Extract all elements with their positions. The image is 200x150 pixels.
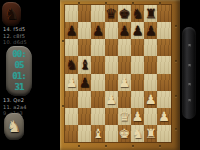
- piece-black-pawn[interactable]: ♟: [66, 24, 78, 37]
- nail-icon: [175, 25, 177, 27]
- square-f8[interactable]: ♞: [131, 5, 144, 22]
- square-f5[interactable]: [131, 56, 144, 73]
- chess-board[interactable]: ♛♚♞♜♟♟♟♟♟♞♝♟♟♟♟♟♛♟♟♝♚♞♜: [65, 5, 171, 142]
- piece-black-queen[interactable]: ♛: [105, 7, 117, 20]
- nail-icon: [132, 2, 134, 4]
- square-h2[interactable]: ♟: [157, 108, 170, 125]
- square-a5[interactable]: ♞: [65, 56, 78, 73]
- piece-black-knight[interactable]: ♞: [66, 58, 78, 71]
- square-c8[interactable]: [91, 5, 104, 22]
- black-knight-icon: ♞: [5, 7, 18, 22]
- nail-icon: [78, 2, 80, 4]
- square-f4[interactable]: [131, 74, 144, 91]
- left-sidebar: ♞ 14. f5d512. c8f510. d6d5 00:0501:31 13…: [0, 0, 60, 150]
- square-a6[interactable]: [65, 39, 78, 56]
- square-d3[interactable]: ♟: [105, 91, 118, 108]
- board-frame: ♛♚♞♜♟♟♟♟♟♞♝♟♟♟♟♟♛♟♟♝♚♞♜: [60, 0, 180, 150]
- white-player-emblem: ♞: [4, 113, 24, 140]
- piece-white-queen[interactable]: ♛: [119, 110, 131, 123]
- remote-button-icon[interactable]: [188, 99, 191, 102]
- square-g3[interactable]: ♟: [144, 91, 157, 108]
- remote-button-icon[interactable]: [188, 44, 191, 47]
- nail-icon: [159, 2, 161, 4]
- square-e2[interactable]: ♛: [118, 108, 131, 125]
- piece-white-bishop[interactable]: ♝: [92, 127, 104, 140]
- square-e1[interactable]: ♚: [118, 125, 131, 142]
- piece-white-knight[interactable]: ♞: [132, 127, 144, 140]
- piece-white-pawn[interactable]: ♟: [145, 93, 157, 106]
- square-c7[interactable]: ♟: [91, 22, 104, 39]
- move-entry: 10. d6d5: [3, 39, 58, 46]
- square-e4[interactable]: ♟: [118, 74, 131, 91]
- nail-icon: [62, 40, 64, 42]
- black-player-emblem: ♞: [2, 2, 21, 26]
- piece-black-knight[interactable]: ♞: [132, 7, 144, 20]
- nail-icon: [62, 105, 64, 107]
- piece-white-king[interactable]: ♚: [119, 127, 131, 140]
- square-e8[interactable]: ♚: [118, 5, 131, 22]
- piece-white-pawn[interactable]: ♟: [66, 76, 78, 89]
- square-h5[interactable]: [157, 56, 170, 73]
- square-h3[interactable]: [157, 91, 170, 108]
- square-g8[interactable]: ♜: [144, 5, 157, 22]
- square-a7[interactable]: ♟: [65, 22, 78, 39]
- square-a1[interactable]: [65, 125, 78, 142]
- square-b3[interactable]: [78, 91, 91, 108]
- clock-digits: 00:: [12, 49, 25, 60]
- square-c2[interactable]: [91, 108, 104, 125]
- piece-white-pawn[interactable]: ♟: [158, 110, 170, 123]
- square-h8[interactable]: [157, 5, 170, 22]
- piece-black-king[interactable]: ♚: [119, 7, 131, 20]
- piece-black-rook[interactable]: ♜: [145, 7, 157, 20]
- square-f3[interactable]: [131, 91, 144, 108]
- square-h4[interactable]: [157, 74, 170, 91]
- square-a2[interactable]: [65, 108, 78, 125]
- square-b8[interactable]: [78, 5, 91, 22]
- piece-black-bishop[interactable]: ♝: [79, 58, 91, 71]
- square-f1[interactable]: ♞: [131, 125, 144, 142]
- square-d1[interactable]: [105, 125, 118, 142]
- piece-black-pawn[interactable]: ♟: [145, 24, 157, 37]
- nail-icon: [175, 95, 177, 97]
- square-b5[interactable]: ♝: [78, 56, 91, 73]
- chess-app-window: ♞ 14. f5d512. c8f510. d6d5 00:0501:31 13…: [0, 0, 200, 150]
- square-g6[interactable]: [144, 39, 157, 56]
- square-c4[interactable]: [91, 74, 104, 91]
- piece-white-rook[interactable]: ♜: [145, 127, 157, 140]
- square-b1[interactable]: [78, 125, 91, 142]
- square-c5[interactable]: [91, 56, 104, 73]
- nail-icon: [105, 2, 107, 4]
- square-g4[interactable]: [144, 74, 157, 91]
- piece-black-pawn[interactable]: ♟: [119, 24, 131, 37]
- square-g2[interactable]: [144, 108, 157, 125]
- square-h7[interactable]: [157, 22, 170, 39]
- clock-digits: 01:: [12, 71, 25, 82]
- square-d2[interactable]: [105, 108, 118, 125]
- clock-digits: 31: [15, 82, 24, 93]
- square-g1[interactable]: ♜: [144, 125, 157, 142]
- square-d8[interactable]: ♛: [105, 5, 118, 22]
- square-d7[interactable]: [105, 22, 118, 39]
- piece-white-pawn[interactable]: ♟: [119, 76, 131, 89]
- square-b2[interactable]: [78, 108, 91, 125]
- white-knight-icon: ♞: [7, 119, 21, 135]
- piece-white-pawn[interactable]: ♟: [132, 110, 144, 123]
- clock-digits: 05: [15, 60, 24, 71]
- piece-black-pawn[interactable]: ♟: [132, 24, 144, 37]
- square-f2[interactable]: ♟: [131, 108, 144, 125]
- nail-icon: [105, 145, 107, 147]
- nail-icon: [159, 145, 161, 147]
- square-b4[interactable]: ♟: [78, 74, 91, 91]
- square-a4[interactable]: ♟: [65, 74, 78, 91]
- square-h1[interactable]: [157, 125, 170, 142]
- piece-black-pawn[interactable]: ♟: [92, 24, 104, 37]
- square-a3[interactable]: [65, 91, 78, 108]
- square-b6[interactable]: [78, 39, 91, 56]
- game-clock: 00:0501:31: [6, 46, 32, 96]
- square-c1[interactable]: ♝: [91, 125, 104, 142]
- square-f6[interactable]: [131, 39, 144, 56]
- black-move-list: 14. f5d512. c8f510. d6d5: [3, 26, 58, 46]
- square-f7[interactable]: ♟: [131, 22, 144, 39]
- square-e3[interactable]: [118, 91, 131, 108]
- square-e7[interactable]: ♟: [118, 22, 131, 39]
- square-d5[interactable]: [105, 56, 118, 73]
- square-b7[interactable]: [78, 22, 91, 39]
- nail-icon: [78, 145, 80, 147]
- square-d4[interactable]: [105, 74, 118, 91]
- square-h6[interactable]: [157, 39, 170, 56]
- nail-icon: [175, 128, 177, 130]
- remote-button-icon[interactable]: [188, 64, 191, 67]
- square-a8[interactable]: [65, 5, 78, 22]
- square-g5[interactable]: [144, 56, 157, 73]
- piece-white-pawn[interactable]: ♟: [105, 93, 117, 106]
- remote-control[interactable]: [182, 27, 196, 119]
- square-e5[interactable]: [118, 56, 131, 73]
- square-c6[interactable]: [91, 39, 104, 56]
- square-g7[interactable]: ♟: [144, 22, 157, 39]
- piece-black-pawn[interactable]: ♟: [79, 76, 91, 89]
- square-c3[interactable]: [91, 91, 104, 108]
- nail-icon: [132, 145, 134, 147]
- nail-icon: [175, 60, 177, 62]
- remote-button-icon[interactable]: [188, 83, 191, 86]
- square-e6[interactable]: [118, 39, 131, 56]
- square-d6[interactable]: [105, 39, 118, 56]
